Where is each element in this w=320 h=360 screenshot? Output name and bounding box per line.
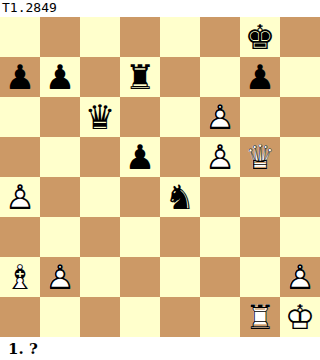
piece-glyph: ♔ [280, 297, 320, 337]
piece-white-pawn[interactable]: ♟♙ [200, 97, 240, 137]
piece-glyph: ♚ [240, 17, 280, 57]
piece-glyph: ♙ [200, 97, 240, 137]
page-title: T1.2849 [0, 0, 320, 17]
piece-glyph: ♙ [40, 257, 80, 297]
square-a5[interactable] [0, 137, 40, 177]
square-c1[interactable] [80, 297, 120, 337]
square-g1[interactable]: ♜♖ [240, 297, 280, 337]
piece-white-king[interactable]: ♚♔ [280, 297, 320, 337]
square-d8[interactable] [120, 17, 160, 57]
piece-glyph: ♟ [120, 137, 160, 177]
piece-white-pawn[interactable]: ♟♙ [0, 177, 40, 217]
square-d7[interactable]: ♜ [120, 57, 160, 97]
piece-black-king[interactable]: ♚ [240, 17, 280, 57]
square-f1[interactable] [200, 297, 240, 337]
square-a7[interactable]: ♟ [0, 57, 40, 97]
piece-black-knight[interactable]: ♞ [160, 177, 200, 217]
piece-black-pawn[interactable]: ♟ [240, 57, 280, 97]
square-h3[interactable] [280, 217, 320, 257]
move-prompt: 1. ? [0, 337, 320, 360]
square-c5[interactable] [80, 137, 120, 177]
square-e3[interactable] [160, 217, 200, 257]
piece-white-pawn[interactable]: ♟♙ [280, 257, 320, 297]
square-f4[interactable] [200, 177, 240, 217]
square-h7[interactable] [280, 57, 320, 97]
piece-glyph: ♕ [240, 137, 280, 177]
square-c2[interactable] [80, 257, 120, 297]
square-b3[interactable] [40, 217, 80, 257]
square-g4[interactable] [240, 177, 280, 217]
square-a2[interactable]: ♝♗ [0, 257, 40, 297]
square-b5[interactable] [40, 137, 80, 177]
square-g8[interactable]: ♚ [240, 17, 280, 57]
piece-glyph: ♟ [40, 57, 80, 97]
square-b4[interactable] [40, 177, 80, 217]
piece-glyph: ♜ [120, 57, 160, 97]
square-h8[interactable] [280, 17, 320, 57]
piece-glyph: ♟ [240, 57, 280, 97]
piece-white-pawn[interactable]: ♟♙ [40, 257, 80, 297]
square-d4[interactable] [120, 177, 160, 217]
piece-glyph: ♙ [200, 137, 240, 177]
piece-glyph: ♞ [160, 177, 200, 217]
piece-black-rook[interactable]: ♜ [120, 57, 160, 97]
square-h5[interactable] [280, 137, 320, 177]
square-d2[interactable] [120, 257, 160, 297]
square-g2[interactable] [240, 257, 280, 297]
chess-board: ♚♟♟♜♟♛♟♙♟♟♙♛♕♟♙♞♝♗♟♙♟♙♜♖♚♔ [0, 17, 320, 337]
square-h4[interactable] [280, 177, 320, 217]
square-c7[interactable] [80, 57, 120, 97]
piece-black-pawn[interactable]: ♟ [0, 57, 40, 97]
square-d5[interactable]: ♟ [120, 137, 160, 177]
square-e4[interactable]: ♞ [160, 177, 200, 217]
piece-white-queen[interactable]: ♛♕ [240, 137, 280, 177]
square-e8[interactable] [160, 17, 200, 57]
square-f5[interactable]: ♟♙ [200, 137, 240, 177]
piece-black-pawn[interactable]: ♟ [40, 57, 80, 97]
piece-glyph: ♙ [280, 257, 320, 297]
square-g3[interactable] [240, 217, 280, 257]
square-h6[interactable] [280, 97, 320, 137]
square-a4[interactable]: ♟♙ [0, 177, 40, 217]
piece-glyph: ♛ [80, 97, 120, 137]
square-b8[interactable] [40, 17, 80, 57]
square-e6[interactable] [160, 97, 200, 137]
square-e1[interactable] [160, 297, 200, 337]
square-c6[interactable]: ♛ [80, 97, 120, 137]
square-d3[interactable] [120, 217, 160, 257]
square-f7[interactable] [200, 57, 240, 97]
square-h2[interactable]: ♟♙ [280, 257, 320, 297]
square-d6[interactable] [120, 97, 160, 137]
square-b1[interactable] [40, 297, 80, 337]
piece-black-pawn[interactable]: ♟ [120, 137, 160, 177]
square-f2[interactable] [200, 257, 240, 297]
square-g7[interactable]: ♟ [240, 57, 280, 97]
piece-white-bishop[interactable]: ♝♗ [0, 257, 40, 297]
square-a8[interactable] [0, 17, 40, 57]
square-h1[interactable]: ♚♔ [280, 297, 320, 337]
square-c3[interactable] [80, 217, 120, 257]
square-f6[interactable]: ♟♙ [200, 97, 240, 137]
square-b6[interactable] [40, 97, 80, 137]
square-c8[interactable] [80, 17, 120, 57]
square-f8[interactable] [200, 17, 240, 57]
piece-black-queen[interactable]: ♛ [80, 97, 120, 137]
square-f3[interactable] [200, 217, 240, 257]
square-g5[interactable]: ♛♕ [240, 137, 280, 177]
square-d1[interactable] [120, 297, 160, 337]
piece-glyph: ♟ [0, 57, 40, 97]
square-c4[interactable] [80, 177, 120, 217]
piece-white-pawn[interactable]: ♟♙ [200, 137, 240, 177]
square-b2[interactable]: ♟♙ [40, 257, 80, 297]
square-b7[interactable]: ♟ [40, 57, 80, 97]
square-e2[interactable] [160, 257, 200, 297]
square-a6[interactable] [0, 97, 40, 137]
piece-glyph: ♗ [0, 257, 40, 297]
piece-glyph: ♙ [0, 177, 40, 217]
square-a1[interactable] [0, 297, 40, 337]
square-e7[interactable] [160, 57, 200, 97]
square-a3[interactable] [0, 217, 40, 257]
square-e5[interactable] [160, 137, 200, 177]
piece-white-rook[interactable]: ♜♖ [240, 297, 280, 337]
piece-glyph: ♖ [240, 297, 280, 337]
square-g6[interactable] [240, 97, 280, 137]
